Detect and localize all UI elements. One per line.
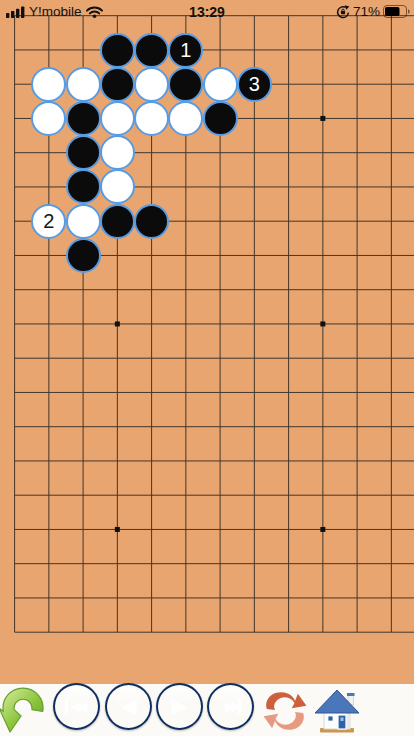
stone-black-move-3: 3 [237,67,272,102]
red-circular-arrows-icon [262,691,308,731]
stones-layer: 132 [0,0,414,684]
skip-to-end-icon: ▶▶ [225,698,239,714]
stone-black-move-1: 1 [168,33,203,68]
stone-black [66,169,101,204]
stone-white [134,67,169,102]
step-backward-icon: ◀ [120,694,136,718]
stone-black [100,204,135,239]
stone-black [134,33,169,68]
orientation-lock-icon [336,5,350,19]
stone-black [203,101,238,136]
stone-white [100,101,135,136]
home-button[interactable] [313,688,360,734]
stone-white-move-2: 2 [31,204,66,239]
status-right: 71% [336,4,410,19]
skip-bar [65,699,68,714]
next-move-button[interactable]: ▶ [156,683,203,730]
restart-button[interactable] [262,691,308,731]
stone-black [100,67,135,102]
status-bar: Y!mobile 13:29 71% [0,0,414,24]
go-board[interactable]: 132 [0,0,414,684]
previous-move-button[interactable]: ◀ [105,683,152,730]
stone-white [31,67,66,102]
stone-white [100,135,135,170]
stone-white [134,101,169,136]
stone-black [66,101,101,136]
stone-black [100,33,135,68]
skip-to-start-icon: ◀◀ [70,698,84,714]
green-curved-arrow-icon [0,686,48,736]
app-screen: 132 Y!mobile 13:29 [0,0,414,736]
toolbar: ◀◀ ◀ ▶ ▶▶ [0,684,414,736]
stone-white [203,67,238,102]
last-move-button[interactable]: ▶▶ [207,683,254,730]
stone-white [168,101,203,136]
stone-black [168,67,203,102]
step-forward-icon: ▶ [171,694,187,718]
stone-white [31,101,66,136]
first-move-button[interactable]: ◀◀ [53,683,100,730]
stone-black [66,135,101,170]
branch-arrow-button[interactable] [0,686,48,736]
stone-white [66,67,101,102]
house-icon [313,688,360,734]
battery-icon [383,5,410,18]
stone-black [134,204,169,239]
stone-white [66,204,101,239]
battery-percent-label: 71% [353,4,380,19]
stone-black [66,238,101,273]
stone-white [100,169,135,204]
